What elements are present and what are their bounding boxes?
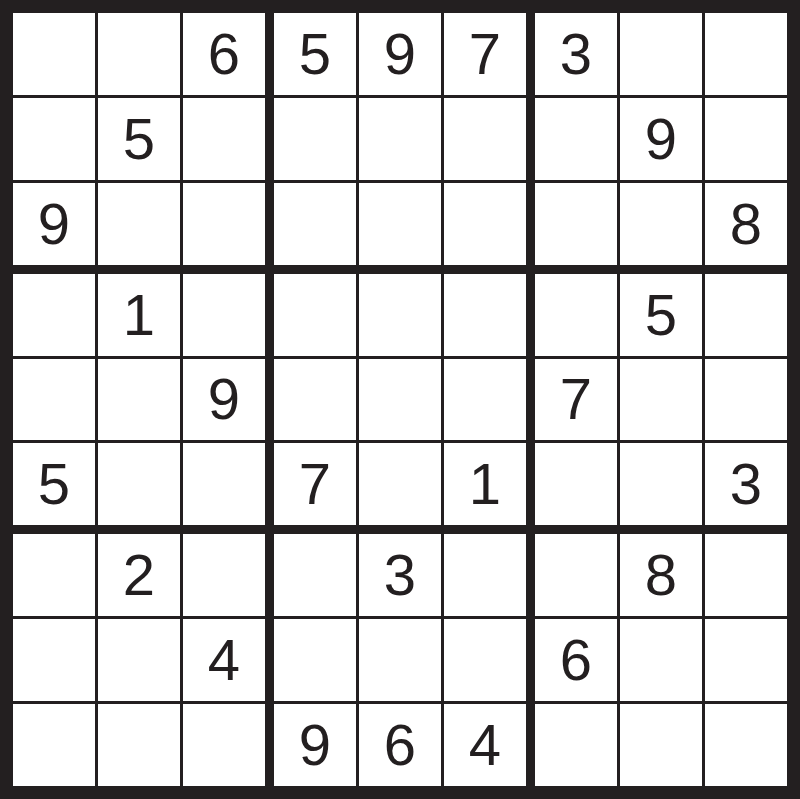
sudoku-box-6: 573 xyxy=(535,274,787,526)
sudoku-cell-empty-r8c2[interactable] xyxy=(98,619,180,701)
sudoku-cell-given-r1c5[interactable]: 9 xyxy=(359,13,441,95)
sudoku-cell-given-r6c9[interactable]: 3 xyxy=(705,443,787,525)
sudoku-cell-empty-r9c9[interactable] xyxy=(705,704,787,786)
sudoku-cell-empty-r8c9[interactable] xyxy=(705,619,787,701)
sudoku-cell-given-r8c3[interactable]: 4 xyxy=(183,619,265,701)
sudoku-cell-given-r9c6[interactable]: 4 xyxy=(444,704,526,786)
sudoku-box-9: 86 xyxy=(535,534,787,786)
sudoku-cell-given-r9c5[interactable]: 6 xyxy=(359,704,441,786)
sudoku-cell-empty-r4c4[interactable] xyxy=(274,274,356,356)
sudoku-cell-given-r6c1[interactable]: 5 xyxy=(13,443,95,525)
sudoku-cell-empty-r3c6[interactable] xyxy=(444,183,526,265)
sudoku-cell-empty-r7c4[interactable] xyxy=(274,534,356,616)
sudoku-box-8: 3964 xyxy=(274,534,526,786)
sudoku-cell-empty-r9c1[interactable] xyxy=(13,704,95,786)
sudoku-cell-empty-r4c5[interactable] xyxy=(359,274,441,356)
sudoku-cell-empty-r2c5[interactable] xyxy=(359,98,441,180)
sudoku-cell-empty-r1c2[interactable] xyxy=(98,13,180,95)
sudoku-cell-given-r7c2[interactable]: 2 xyxy=(98,534,180,616)
sudoku-cell-empty-r3c7[interactable] xyxy=(535,183,617,265)
sudoku-cell-given-r3c9[interactable]: 8 xyxy=(705,183,787,265)
sudoku-cell-given-r6c6[interactable]: 1 xyxy=(444,443,526,525)
sudoku-cell-given-r7c8[interactable]: 8 xyxy=(620,534,702,616)
sudoku-cell-empty-r1c8[interactable] xyxy=(620,13,702,95)
sudoku-cell-given-r2c2[interactable]: 5 xyxy=(98,98,180,180)
sudoku-cell-empty-r3c5[interactable] xyxy=(359,183,441,265)
sudoku-cell-empty-r6c2[interactable] xyxy=(98,443,180,525)
sudoku-cell-empty-r5c9[interactable] xyxy=(705,359,787,441)
sudoku-cell-empty-r3c8[interactable] xyxy=(620,183,702,265)
sudoku-board: 6595973981957157324396486 xyxy=(0,0,800,799)
sudoku-cell-empty-r4c9[interactable] xyxy=(705,274,787,356)
sudoku-cell-empty-r5c8[interactable] xyxy=(620,359,702,441)
sudoku-cell-empty-r9c2[interactable] xyxy=(98,704,180,786)
sudoku-cell-given-r5c7[interactable]: 7 xyxy=(535,359,617,441)
sudoku-cell-empty-r4c1[interactable] xyxy=(13,274,95,356)
sudoku-cell-empty-r3c4[interactable] xyxy=(274,183,356,265)
sudoku-cell-given-r1c3[interactable]: 6 xyxy=(183,13,265,95)
sudoku-cell-empty-r7c6[interactable] xyxy=(444,534,526,616)
sudoku-cell-empty-r2c4[interactable] xyxy=(274,98,356,180)
sudoku-cell-empty-r5c6[interactable] xyxy=(444,359,526,441)
sudoku-cell-empty-r1c9[interactable] xyxy=(705,13,787,95)
sudoku-cell-empty-r7c3[interactable] xyxy=(183,534,265,616)
sudoku-cell-empty-r2c3[interactable] xyxy=(183,98,265,180)
sudoku-box-1: 659 xyxy=(13,13,265,265)
sudoku-cell-given-r1c7[interactable]: 3 xyxy=(535,13,617,95)
sudoku-cell-empty-r6c3[interactable] xyxy=(183,443,265,525)
sudoku-cell-empty-r8c5[interactable] xyxy=(359,619,441,701)
sudoku-cell-empty-r5c5[interactable] xyxy=(359,359,441,441)
sudoku-cell-empty-r3c2[interactable] xyxy=(98,183,180,265)
sudoku-cell-empty-r5c1[interactable] xyxy=(13,359,95,441)
sudoku-cell-empty-r1c1[interactable] xyxy=(13,13,95,95)
sudoku-box-3: 398 xyxy=(535,13,787,265)
sudoku-box-2: 597 xyxy=(274,13,526,265)
sudoku-cell-given-r9c4[interactable]: 9 xyxy=(274,704,356,786)
sudoku-cell-empty-r7c7[interactable] xyxy=(535,534,617,616)
sudoku-box-5: 71 xyxy=(274,274,526,526)
sudoku-cell-empty-r8c6[interactable] xyxy=(444,619,526,701)
sudoku-cell-empty-r5c2[interactable] xyxy=(98,359,180,441)
sudoku-cell-given-r1c4[interactable]: 5 xyxy=(274,13,356,95)
sudoku-cell-empty-r4c3[interactable] xyxy=(183,274,265,356)
sudoku-cell-empty-r8c8[interactable] xyxy=(620,619,702,701)
sudoku-cell-empty-r7c1[interactable] xyxy=(13,534,95,616)
sudoku-box-4: 195 xyxy=(13,274,265,526)
sudoku-cell-empty-r5c4[interactable] xyxy=(274,359,356,441)
sudoku-cell-empty-r2c9[interactable] xyxy=(705,98,787,180)
sudoku-cell-empty-r9c8[interactable] xyxy=(620,704,702,786)
sudoku-cell-given-r2c8[interactable]: 9 xyxy=(620,98,702,180)
sudoku-cell-empty-r3c3[interactable] xyxy=(183,183,265,265)
sudoku-cell-empty-r6c5[interactable] xyxy=(359,443,441,525)
sudoku-cell-empty-r2c7[interactable] xyxy=(535,98,617,180)
sudoku-cell-empty-r2c1[interactable] xyxy=(13,98,95,180)
sudoku-cell-given-r4c8[interactable]: 5 xyxy=(620,274,702,356)
sudoku-cell-empty-r9c3[interactable] xyxy=(183,704,265,786)
sudoku-cell-given-r4c2[interactable]: 1 xyxy=(98,274,180,356)
sudoku-cell-empty-r2c6[interactable] xyxy=(444,98,526,180)
sudoku-cell-given-r1c6[interactable]: 7 xyxy=(444,13,526,95)
sudoku-box-7: 24 xyxy=(13,534,265,786)
sudoku-cell-empty-r4c6[interactable] xyxy=(444,274,526,356)
sudoku-cell-given-r8c7[interactable]: 6 xyxy=(535,619,617,701)
sudoku-cell-given-r5c3[interactable]: 9 xyxy=(183,359,265,441)
sudoku-cell-given-r3c1[interactable]: 9 xyxy=(13,183,95,265)
sudoku-cell-empty-r6c8[interactable] xyxy=(620,443,702,525)
sudoku-cell-empty-r8c4[interactable] xyxy=(274,619,356,701)
sudoku-cell-empty-r4c7[interactable] xyxy=(535,274,617,356)
sudoku-cell-given-r6c4[interactable]: 7 xyxy=(274,443,356,525)
sudoku-cell-empty-r9c7[interactable] xyxy=(535,704,617,786)
sudoku-cell-empty-r8c1[interactable] xyxy=(13,619,95,701)
sudoku-cell-given-r7c5[interactable]: 3 xyxy=(359,534,441,616)
sudoku-cell-empty-r7c9[interactable] xyxy=(705,534,787,616)
sudoku-cell-empty-r6c7[interactable] xyxy=(535,443,617,525)
